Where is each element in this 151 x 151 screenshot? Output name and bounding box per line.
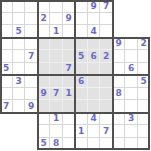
cell-r4c2[interactable] (13, 38, 26, 51)
cell-r4c4[interactable] (38, 38, 51, 51)
outside-area (138, 0, 151, 13)
outside-area (13, 138, 26, 151)
cell-r8c11[interactable] (125, 88, 138, 101)
cell-r7c2-given[interactable]: 3 (13, 75, 26, 88)
cell-r5c10[interactable] (113, 50, 126, 63)
outside-area (13, 113, 26, 126)
cell-r7c5[interactable] (50, 75, 63, 88)
sudoku-board: 97295149275625763659718791431758 (0, 0, 150, 150)
outside-area (138, 13, 151, 26)
cell-r11c8[interactable] (88, 125, 101, 138)
outside-area (0, 125, 13, 138)
cell-r5c2[interactable] (13, 50, 26, 63)
cell-r5c7-given[interactable]: 5 (75, 50, 88, 63)
cell-r8c2[interactable] (13, 88, 26, 101)
cell-r10c11-given[interactable]: 3 (125, 113, 138, 126)
cell-r2c2[interactable] (13, 13, 26, 26)
cell-r10c10[interactable] (113, 113, 126, 126)
cell-r11c11[interactable] (125, 125, 138, 138)
cell-r5c4[interactable] (38, 50, 51, 63)
cell-r7c8[interactable] (88, 75, 101, 88)
cell-r7c7-given[interactable]: 6 (75, 75, 88, 88)
grid-border-horizontal-1 (0, 37, 150, 39)
cell-r10c7[interactable] (75, 113, 88, 126)
cell-r11c7-given[interactable]: 1 (75, 125, 88, 138)
grid-border-horizontal-3 (0, 112, 150, 114)
cell-r10c4[interactable] (38, 113, 51, 126)
cell-r10c5-given[interactable]: 1 (50, 113, 63, 126)
grid-border-right (148, 37, 150, 151)
cell-r2c7[interactable] (75, 13, 88, 26)
cell-r2c4-given[interactable]: 2 (38, 13, 51, 26)
cell-r8c7[interactable] (75, 88, 88, 101)
grid-border-horizontal-2 (0, 74, 150, 76)
outside-area (125, 0, 138, 13)
cell-r4c8[interactable] (88, 38, 101, 51)
outside-area (13, 125, 26, 138)
cell-r2c5[interactable] (50, 13, 63, 26)
cell-r8c10-given[interactable]: 8 (113, 88, 126, 101)
outside-area (113, 0, 126, 13)
outside-area (0, 138, 13, 151)
cell-r7c4[interactable] (38, 75, 51, 88)
cell-r4c5[interactable] (50, 38, 63, 51)
outside-area (113, 13, 126, 26)
grid-border-top (0, 0, 113, 2)
cell-r8c4-given[interactable]: 9 (38, 88, 51, 101)
cell-r11c5[interactable] (50, 125, 63, 138)
cell-r8c8[interactable] (88, 88, 101, 101)
outside-area (0, 113, 13, 126)
grid-border-bottom (37, 148, 151, 150)
cell-r7c10[interactable] (113, 75, 126, 88)
cell-r4c11[interactable] (125, 38, 138, 51)
grid-border-left (0, 0, 2, 113)
cell-r5c8-given[interactable]: 6 (88, 50, 101, 63)
outside-area (125, 13, 138, 26)
cell-r8c5-given[interactable]: 7 (50, 88, 63, 101)
cell-r4c10-given[interactable]: 9 (113, 38, 126, 51)
cell-r11c10[interactable] (113, 125, 126, 138)
cell-r10c8-given[interactable]: 4 (88, 113, 101, 126)
cell-r11c4[interactable] (38, 125, 51, 138)
cell-r2c8[interactable] (88, 13, 101, 26)
cell-r7c11[interactable] (125, 75, 138, 88)
cell-r5c11[interactable] (125, 50, 138, 63)
cell-r4c7[interactable] (75, 38, 88, 51)
cell-r5c5[interactable] (50, 50, 63, 63)
